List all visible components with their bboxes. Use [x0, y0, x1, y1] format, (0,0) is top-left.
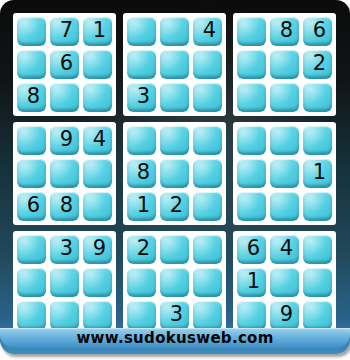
given-digit: 3	[137, 86, 150, 107]
sudoku-cell-r9c7[interactable]	[237, 301, 266, 330]
sudoku-cell-r9c4[interactable]	[127, 301, 156, 330]
sudoku-cell-r4c1[interactable]	[17, 126, 46, 155]
sudoku-cell-r3c3[interactable]	[83, 83, 112, 112]
sudoku-cell-r2c2[interactable]: 6	[50, 50, 79, 79]
sudoku-cell-r5c8[interactable]	[270, 159, 299, 188]
sudoku-cell-r5c5[interactable]	[160, 159, 189, 188]
given-digit: 4	[93, 129, 106, 150]
sudoku-cell-r6c5[interactable]: 2	[160, 192, 189, 221]
sudoku-cell-r4c8[interactable]	[270, 126, 299, 155]
sudoku-cell-r7c9[interactable]	[303, 235, 332, 264]
sudoku-cell-r5c4[interactable]: 8	[127, 159, 156, 188]
sudoku-cell-r4c9[interactable]	[303, 126, 332, 155]
sudoku-cell-r7c8[interactable]: 4	[270, 235, 299, 264]
sudoku-cell-r8c6[interactable]	[193, 268, 222, 297]
sudoku-cell-r3c8[interactable]	[270, 83, 299, 112]
sudoku-block: 9468	[13, 122, 116, 225]
sudoku-cell-r2c3[interactable]	[83, 50, 112, 79]
sudoku-cell-r8c3[interactable]	[83, 268, 112, 297]
given-digit: 3	[60, 238, 73, 259]
sudoku-cell-r6c4[interactable]: 1	[127, 192, 156, 221]
sudoku-cell-r8c4[interactable]	[127, 268, 156, 297]
sudoku-cell-r1c9[interactable]: 6	[303, 17, 332, 46]
sudoku-cell-r7c1[interactable]	[17, 235, 46, 264]
sudoku-cell-r5c6[interactable]	[193, 159, 222, 188]
sudoku-cell-r3c2[interactable]	[50, 83, 79, 112]
sudoku-cell-r1c8[interactable]: 8	[270, 17, 299, 46]
sudoku-cell-r6c7[interactable]	[237, 192, 266, 221]
website-link[interactable]: www.sudokusweb.com	[76, 329, 273, 347]
sudoku-cell-r7c2[interactable]: 3	[50, 235, 79, 264]
given-digit: 4	[280, 238, 293, 259]
sudoku-cell-r2c8[interactable]	[270, 50, 299, 79]
sudoku-cell-r3c9[interactable]	[303, 83, 332, 112]
sudoku-cell-r9c9[interactable]	[303, 301, 332, 330]
sudoku-block: 7168	[13, 13, 116, 116]
sudoku-cell-r8c5[interactable]	[160, 268, 189, 297]
given-digit: 2	[137, 238, 150, 259]
sudoku-cell-r3c1[interactable]: 8	[17, 83, 46, 112]
sudoku-cell-r6c6[interactable]	[193, 192, 222, 221]
sudoku-cell-r5c3[interactable]	[83, 159, 112, 188]
given-digit: 9	[280, 304, 293, 325]
sudoku-cell-r4c2[interactable]: 9	[50, 126, 79, 155]
sudoku-cell-r2c9[interactable]: 2	[303, 50, 332, 79]
sudoku-cell-r5c2[interactable]	[50, 159, 79, 188]
sudoku-cell-r3c4[interactable]: 3	[127, 83, 156, 112]
sudoku-cell-r3c6[interactable]	[193, 83, 222, 112]
given-digit: 1	[93, 20, 106, 41]
sudoku-cell-r9c2[interactable]	[50, 301, 79, 330]
sudoku-cell-r9c6[interactable]	[193, 301, 222, 330]
sudoku-cell-r9c5[interactable]: 3	[160, 301, 189, 330]
footer-band: www.sudokusweb.com	[0, 328, 350, 348]
sudoku-cell-r6c3[interactable]	[83, 192, 112, 221]
sudoku-cell-r6c9[interactable]	[303, 192, 332, 221]
sudoku-cell-r4c3[interactable]: 4	[83, 126, 112, 155]
sudoku-cell-r4c6[interactable]	[193, 126, 222, 155]
sudoku-cell-r1c4[interactable]	[127, 17, 156, 46]
sudoku-cell-r3c7[interactable]	[237, 83, 266, 112]
sudoku-cell-r8c1[interactable]	[17, 268, 46, 297]
given-digit: 8	[60, 195, 73, 216]
given-digit: 2	[313, 53, 326, 74]
sudoku-cell-r5c9[interactable]: 1	[303, 159, 332, 188]
sudoku-cell-r4c5[interactable]	[160, 126, 189, 155]
sudoku-cell-r4c7[interactable]	[237, 126, 266, 155]
board-frame: 7168438629468812139236419 www.sudokusweb…	[0, 0, 350, 354]
sudoku-block: 43	[123, 13, 226, 116]
given-digit: 1	[313, 162, 326, 183]
sudoku-cell-r2c7[interactable]	[237, 50, 266, 79]
given-digit: 1	[247, 271, 260, 292]
sudoku-cell-r2c4[interactable]	[127, 50, 156, 79]
given-digit: 9	[60, 129, 73, 150]
sudoku-block: 23	[123, 231, 226, 334]
sudoku-cell-r9c8[interactable]: 9	[270, 301, 299, 330]
given-digit: 7	[60, 20, 73, 41]
sudoku-cell-r9c1[interactable]	[17, 301, 46, 330]
sudoku-cell-r4c4[interactable]	[127, 126, 156, 155]
sudoku-cell-r7c7[interactable]: 6	[237, 235, 266, 264]
given-digit: 8	[27, 86, 40, 107]
given-digit: 6	[313, 20, 326, 41]
sudoku-block: 1	[233, 122, 336, 225]
given-digit: 9	[93, 238, 106, 259]
sudoku-block: 862	[233, 13, 336, 116]
given-digit: 3	[170, 304, 183, 325]
sudoku-cell-r2c6[interactable]	[193, 50, 222, 79]
sudoku-widget: 7168438629468812139236419 www.sudokusweb…	[0, 0, 350, 360]
given-digit: 8	[280, 20, 293, 41]
sudoku-cell-r1c5[interactable]	[160, 17, 189, 46]
sudoku-cell-r1c1[interactable]	[17, 17, 46, 46]
sudoku-cell-r8c9[interactable]	[303, 268, 332, 297]
sudoku-cell-r1c7[interactable]	[237, 17, 266, 46]
sudoku-block: 812	[123, 122, 226, 225]
sudoku-cell-r2c5[interactable]	[160, 50, 189, 79]
sudoku-cell-r1c3[interactable]: 1	[83, 17, 112, 46]
sudoku-cell-r6c2[interactable]: 8	[50, 192, 79, 221]
sudoku-cell-r7c5[interactable]	[160, 235, 189, 264]
sudoku-block: 6419	[233, 231, 336, 334]
sudoku-cell-r7c3[interactable]: 9	[83, 235, 112, 264]
sudoku-cell-r5c1[interactable]	[17, 159, 46, 188]
sudoku-block: 39	[13, 231, 116, 334]
given-digit: 8	[137, 162, 150, 183]
sudoku-cell-r5c7[interactable]	[237, 159, 266, 188]
given-digit: 6	[27, 195, 40, 216]
given-digit: 1	[137, 195, 150, 216]
given-digit: 6	[60, 53, 73, 74]
sudoku-cell-r7c6[interactable]	[193, 235, 222, 264]
sudoku-cell-r3c5[interactable]	[160, 83, 189, 112]
sudoku-cell-r1c6[interactable]: 4	[193, 17, 222, 46]
sudoku-cell-r1c2[interactable]: 7	[50, 17, 79, 46]
sudoku-cell-r8c2[interactable]	[50, 268, 79, 297]
given-digit: 2	[170, 195, 183, 216]
given-digit: 6	[247, 238, 260, 259]
sudoku-cell-r6c1[interactable]: 6	[17, 192, 46, 221]
given-digit: 4	[203, 20, 216, 41]
sudoku-cell-r9c3[interactable]	[83, 301, 112, 330]
sudoku-board: 7168438629468812139236419	[13, 13, 336, 334]
sudoku-cell-r6c8[interactable]	[270, 192, 299, 221]
sudoku-cell-r8c7[interactable]: 1	[237, 268, 266, 297]
sudoku-cell-r8c8[interactable]	[270, 268, 299, 297]
sudoku-cell-r2c1[interactable]	[17, 50, 46, 79]
sudoku-cell-r7c4[interactable]: 2	[127, 235, 156, 264]
